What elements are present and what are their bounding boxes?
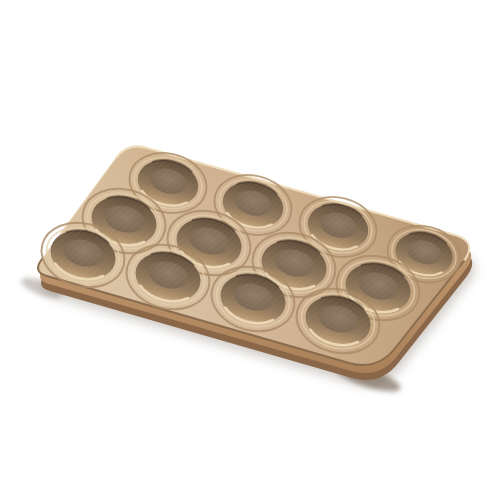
- muffin-pan-illustration: [0, 0, 500, 500]
- product-photo: [0, 0, 500, 500]
- photo-stage: [0, 0, 500, 500]
